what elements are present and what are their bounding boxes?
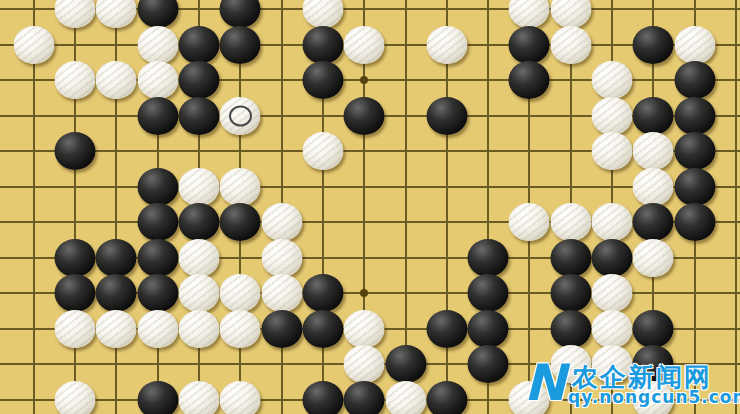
white-stone[interactable]	[220, 274, 261, 312]
white-stone[interactable]	[426, 26, 467, 64]
black-stone[interactable]	[302, 274, 343, 312]
black-stone[interactable]	[179, 26, 220, 64]
black-stone[interactable]	[633, 310, 674, 348]
white-stone[interactable]	[633, 168, 674, 206]
white-stone[interactable]	[550, 203, 591, 241]
white-stone[interactable]	[344, 345, 385, 383]
black-stone[interactable]	[220, 203, 261, 241]
black-stone[interactable]	[220, 0, 261, 28]
grid-line-vertical	[735, 0, 737, 414]
white-stone[interactable]	[385, 381, 426, 414]
black-stone[interactable]	[96, 239, 137, 277]
white-stone[interactable]	[179, 310, 220, 348]
black-stone[interactable]	[137, 239, 178, 277]
black-stone[interactable]	[592, 239, 633, 277]
black-stone[interactable]	[137, 168, 178, 206]
white-stone[interactable]	[55, 61, 96, 99]
white-stone[interactable]	[55, 310, 96, 348]
white-stone[interactable]	[220, 381, 261, 414]
black-stone[interactable]	[179, 61, 220, 99]
black-stone[interactable]	[261, 310, 302, 348]
black-stone[interactable]	[633, 97, 674, 135]
black-stone[interactable]	[137, 274, 178, 312]
black-stone[interactable]	[468, 310, 509, 348]
black-stone[interactable]	[633, 203, 674, 241]
black-stone[interactable]	[137, 97, 178, 135]
black-stone[interactable]	[674, 97, 715, 135]
white-stone[interactable]	[550, 345, 591, 383]
black-stone[interactable]	[426, 310, 467, 348]
white-stone[interactable]	[96, 61, 137, 99]
white-stone[interactable]	[302, 0, 343, 28]
white-stone[interactable]	[509, 0, 550, 28]
go-board[interactable]	[0, 0, 740, 414]
black-stone[interactable]	[550, 310, 591, 348]
white-stone[interactable]	[509, 203, 550, 241]
black-stone[interactable]	[96, 274, 137, 312]
white-stone[interactable]	[179, 168, 220, 206]
white-stone[interactable]	[13, 26, 54, 64]
black-stone[interactable]	[633, 26, 674, 64]
black-stone[interactable]	[426, 97, 467, 135]
black-stone[interactable]	[55, 132, 96, 170]
black-stone[interactable]	[179, 203, 220, 241]
black-stone[interactable]	[137, 0, 178, 28]
white-stone[interactable]	[179, 239, 220, 277]
white-stone[interactable]	[592, 345, 633, 383]
white-stone[interactable]	[633, 132, 674, 170]
black-stone[interactable]	[468, 239, 509, 277]
black-stone[interactable]	[137, 381, 178, 414]
last-move-marker-icon	[229, 105, 252, 126]
white-stone[interactable]	[509, 381, 550, 414]
black-stone[interactable]	[550, 239, 591, 277]
white-stone[interactable]	[220, 168, 261, 206]
black-stone[interactable]	[55, 274, 96, 312]
white-stone[interactable]	[592, 61, 633, 99]
black-stone[interactable]	[426, 381, 467, 414]
black-stone[interactable]	[674, 203, 715, 241]
white-stone[interactable]	[55, 0, 96, 28]
white-stone[interactable]	[592, 132, 633, 170]
black-stone[interactable]	[509, 26, 550, 64]
white-stone[interactable]	[633, 381, 674, 414]
white-stone[interactable]	[344, 26, 385, 64]
black-stone[interactable]	[633, 345, 674, 383]
white-stone[interactable]	[179, 274, 220, 312]
black-stone[interactable]	[302, 26, 343, 64]
white-stone[interactable]	[592, 274, 633, 312]
white-stone[interactable]	[96, 0, 137, 28]
white-stone[interactable]	[344, 310, 385, 348]
black-stone[interactable]	[344, 97, 385, 135]
white-stone[interactable]	[592, 203, 633, 241]
white-stone[interactable]	[137, 26, 178, 64]
white-stone[interactable]	[633, 239, 674, 277]
star-point	[360, 289, 368, 297]
screenshot: N 农企新闻网 qy.nongcun5.com	[0, 0, 740, 414]
black-stone[interactable]	[302, 61, 343, 99]
black-stone[interactable]	[302, 381, 343, 414]
black-stone[interactable]	[468, 345, 509, 383]
black-stone[interactable]	[220, 26, 261, 64]
black-stone[interactable]	[385, 345, 426, 383]
white-stone[interactable]	[96, 310, 137, 348]
white-stone[interactable]	[302, 132, 343, 170]
black-stone[interactable]	[468, 274, 509, 312]
white-stone[interactable]	[550, 26, 591, 64]
white-stone[interactable]	[220, 97, 261, 135]
black-stone[interactable]	[509, 61, 550, 99]
white-stone[interactable]	[137, 310, 178, 348]
white-stone[interactable]	[550, 0, 591, 28]
white-stone[interactable]	[55, 381, 96, 414]
white-stone[interactable]	[179, 381, 220, 414]
white-stone[interactable]	[261, 203, 302, 241]
white-stone[interactable]	[137, 61, 178, 99]
black-stone[interactable]	[674, 132, 715, 170]
black-stone[interactable]	[674, 61, 715, 99]
black-stone[interactable]	[55, 239, 96, 277]
white-stone[interactable]	[261, 274, 302, 312]
star-point	[360, 76, 368, 84]
black-stone[interactable]	[302, 310, 343, 348]
white-stone[interactable]	[592, 310, 633, 348]
grid-line-horizontal	[0, 186, 740, 188]
black-stone[interactable]	[550, 274, 591, 312]
black-stone[interactable]	[344, 381, 385, 414]
black-stone[interactable]	[179, 97, 220, 135]
white-stone[interactable]	[220, 310, 261, 348]
white-stone[interactable]	[674, 26, 715, 64]
black-stone[interactable]	[137, 203, 178, 241]
black-stone[interactable]	[674, 168, 715, 206]
white-stone[interactable]	[261, 239, 302, 277]
white-stone[interactable]	[592, 97, 633, 135]
